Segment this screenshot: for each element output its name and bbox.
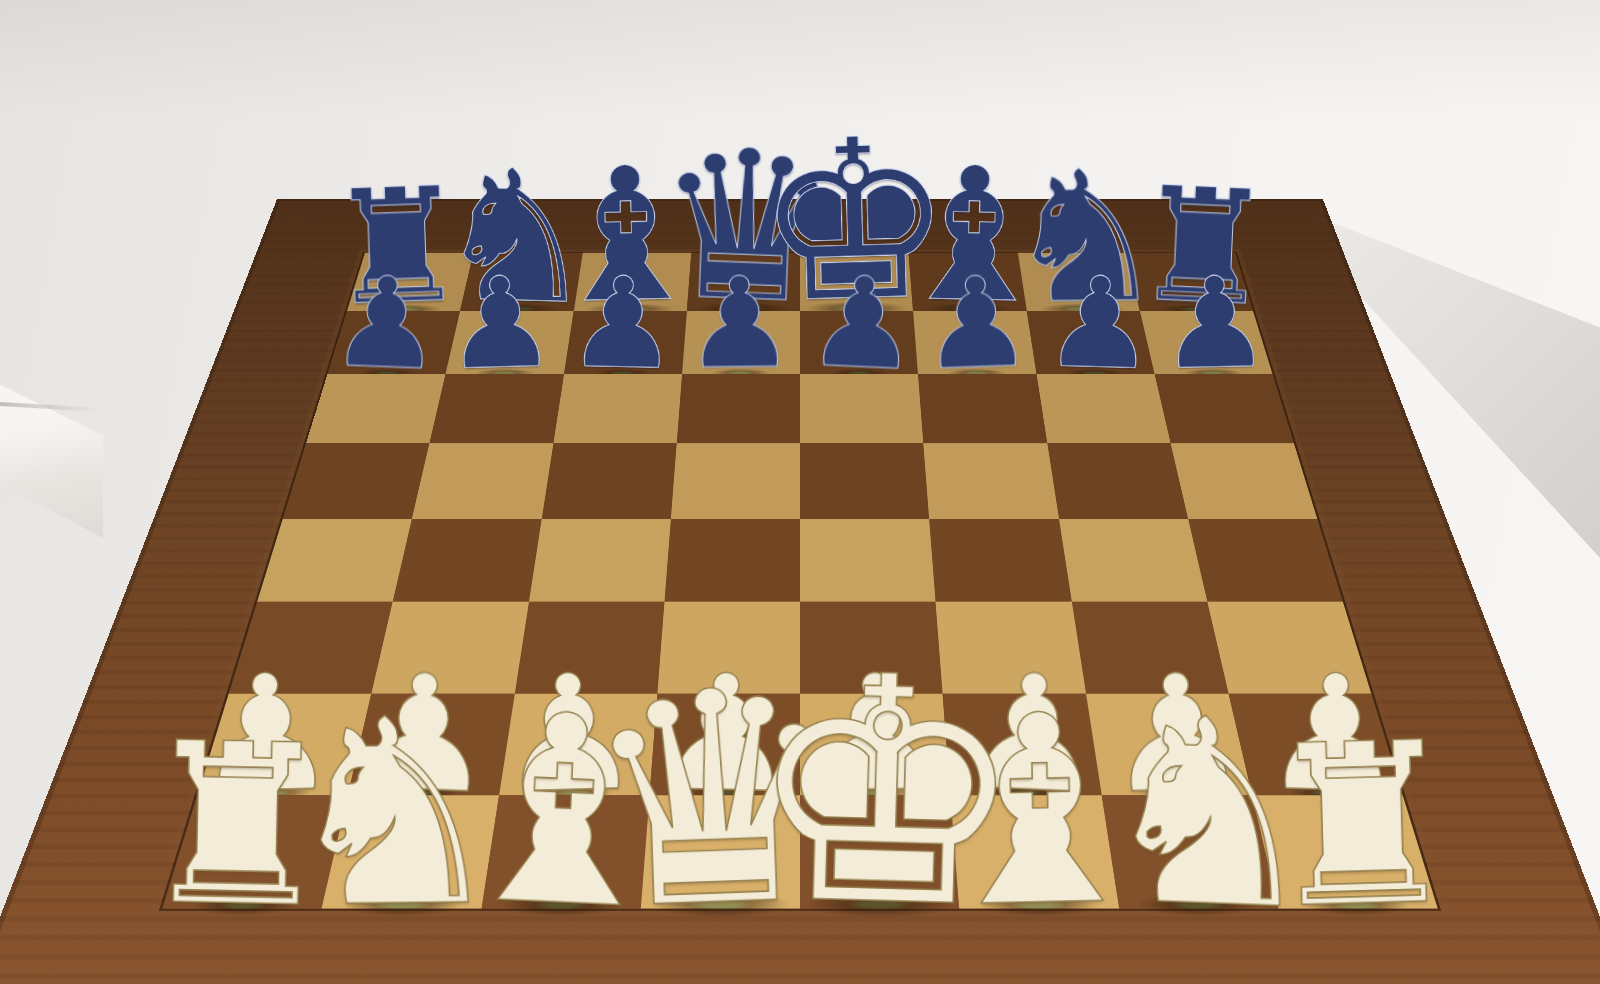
square-f4[interactable] [929,519,1071,602]
square-c7[interactable]: ♟ [564,311,687,374]
square-e1[interactable]: ♚ [800,795,959,909]
square-g1[interactable]: ♞ [1101,795,1278,909]
photo-ornate-chess-set: ♜♞♝♛♚♝♞♜♟♟♟♟♟♟♟♟♟♟♟♟♟♟♟♟♜♞♝♛♚♝♞♜ [0,0,1600,984]
square-e4[interactable] [800,519,936,602]
piece-blue-pawn-e7[interactable]: ♟ [803,259,921,389]
square-a7[interactable]: ♟ [327,311,460,374]
piece-white-knight-g1[interactable]: ♞ [1090,681,1330,946]
square-h4[interactable] [1188,519,1343,602]
square-g7[interactable]: ♟ [1027,311,1155,374]
square-e5[interactable] [800,443,929,518]
piece-blue-pawn-h7[interactable]: ♟ [1158,260,1273,388]
square-b5[interactable] [412,443,553,518]
square-f5[interactable] [923,443,1058,518]
square-a5[interactable] [283,443,430,518]
square-a4[interactable] [257,519,412,602]
board-scene: ♜♞♝♛♚♝♞♜♟♟♟♟♟♟♟♟♟♟♟♟♟♟♟♟♜♞♝♛♚♝♞♜ [0,0,1600,984]
square-d7[interactable]: ♟ [682,311,800,374]
chessboard-grid: ♜♞♝♛♚♝♞♜♟♟♟♟♟♟♟♟♟♟♟♟♟♟♟♟♜♞♝♛♚♝♞♜ [162,253,1437,909]
piece-blue-pawn-c7[interactable]: ♟ [565,260,680,388]
square-f7[interactable]: ♟ [913,311,1036,374]
square-g5[interactable] [1047,443,1188,518]
square-e7[interactable]: ♟ [800,311,918,374]
square-g4[interactable] [1059,519,1208,602]
piece-blue-pawn-f7[interactable]: ♟ [918,259,1035,388]
piece-blue-pawn-g7[interactable]: ♟ [1042,259,1158,387]
square-c4[interactable] [529,519,671,602]
square-b4[interactable] [393,519,542,602]
square-b7[interactable]: ♟ [446,311,574,374]
piece-blue-pawn-d7[interactable]: ♟ [683,260,797,386]
square-d5[interactable] [671,443,800,518]
chessboard-wooden-border: ♜♞♝♛♚♝♞♜♟♟♟♟♟♟♟♟♟♟♟♟♟♟♟♟♜♞♝♛♚♝♞♜ [0,199,1600,984]
piece-blue-pawn-a7[interactable]: ♟ [327,259,444,388]
square-d4[interactable] [664,519,800,602]
piece-white-king-e1[interactable]: ♚ [741,633,1029,953]
square-h5[interactable] [1170,443,1317,518]
piece-blue-pawn-b7[interactable]: ♟ [443,259,559,387]
square-c5[interactable] [541,443,676,518]
square-h7[interactable]: ♟ [1140,311,1273,374]
